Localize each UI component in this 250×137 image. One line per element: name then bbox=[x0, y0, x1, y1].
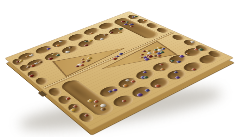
stone bbox=[109, 31, 113, 33]
stone bbox=[55, 54, 60, 57]
stone bbox=[58, 41, 62, 43]
stone bbox=[176, 60, 182, 63]
stone bbox=[153, 84, 161, 88]
stone bbox=[26, 66, 31, 69]
stone bbox=[135, 93, 143, 97]
stone bbox=[130, 80, 136, 83]
stone bbox=[64, 50, 70, 53]
stone bbox=[112, 88, 118, 92]
stone bbox=[142, 20, 147, 22]
stone bbox=[124, 79, 129, 82]
stone bbox=[144, 89, 151, 93]
stone bbox=[142, 71, 147, 74]
stone bbox=[160, 68, 166, 71]
stone bbox=[65, 97, 71, 101]
stone bbox=[18, 60, 23, 63]
stone bbox=[89, 32, 94, 34]
product-photo-stage bbox=[0, 0, 250, 137]
stone bbox=[121, 99, 127, 102]
stone bbox=[46, 47, 51, 50]
stone bbox=[121, 84, 128, 88]
stone bbox=[174, 76, 180, 79]
stone bbox=[173, 71, 178, 74]
stone bbox=[28, 74, 35, 78]
stone bbox=[87, 39, 93, 42]
stone bbox=[68, 47, 72, 49]
stone bbox=[83, 114, 89, 117]
stone bbox=[72, 105, 77, 108]
pit[interactable] bbox=[110, 93, 137, 108]
stone bbox=[191, 68, 197, 71]
stone bbox=[189, 41, 195, 44]
stone bbox=[29, 54, 34, 57]
stone bbox=[169, 60, 174, 62]
stone bbox=[185, 52, 190, 54]
stone bbox=[38, 61, 43, 64]
stone bbox=[158, 63, 163, 66]
stone bbox=[55, 44, 61, 47]
stone bbox=[69, 108, 77, 113]
stone bbox=[102, 33, 108, 36]
stone bbox=[178, 55, 185, 58]
stone bbox=[47, 57, 53, 60]
stone bbox=[117, 27, 123, 30]
stone bbox=[118, 31, 123, 33]
